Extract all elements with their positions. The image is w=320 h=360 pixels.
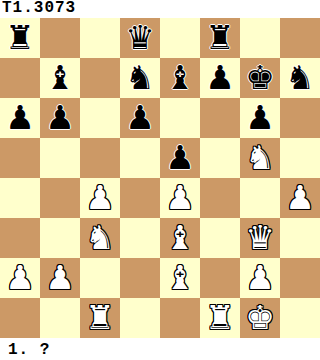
black-pawn: ♟ [245, 98, 275, 138]
square-g7[interactable]: ♚ [240, 58, 280, 98]
white-pawn: ♟ [245, 258, 275, 298]
square-h8[interactable] [280, 18, 320, 58]
square-c8[interactable] [80, 18, 120, 58]
square-c6[interactable] [80, 98, 120, 138]
white-knight: ♞ [245, 138, 275, 178]
square-d1[interactable] [120, 298, 160, 338]
square-f5[interactable] [200, 138, 240, 178]
square-a5[interactable] [0, 138, 40, 178]
square-a3[interactable] [0, 218, 40, 258]
square-h4[interactable]: ♟ [280, 178, 320, 218]
black-pawn: ♟ [45, 98, 75, 138]
square-b6[interactable]: ♟ [40, 98, 80, 138]
square-c4[interactable]: ♟ [80, 178, 120, 218]
square-d8[interactable]: ♛ [120, 18, 160, 58]
square-b1[interactable] [40, 298, 80, 338]
square-b5[interactable] [40, 138, 80, 178]
white-queen: ♛ [245, 218, 275, 258]
square-c1[interactable]: ♜ [80, 298, 120, 338]
black-bishop: ♝ [45, 58, 75, 98]
square-g5[interactable]: ♞ [240, 138, 280, 178]
square-d3[interactable] [120, 218, 160, 258]
square-f3[interactable] [200, 218, 240, 258]
square-f2[interactable] [200, 258, 240, 298]
square-c7[interactable] [80, 58, 120, 98]
square-f8[interactable]: ♜ [200, 18, 240, 58]
square-g6[interactable]: ♟ [240, 98, 280, 138]
square-d5[interactable] [120, 138, 160, 178]
puzzle-title: T1.3073 [0, 0, 320, 18]
square-g3[interactable]: ♛ [240, 218, 280, 258]
square-f1[interactable]: ♜ [200, 298, 240, 338]
black-queen: ♛ [125, 18, 155, 58]
square-e3[interactable]: ♝ [160, 218, 200, 258]
square-g1[interactable]: ♚ [240, 298, 280, 338]
white-rook: ♜ [205, 298, 235, 338]
square-d4[interactable] [120, 178, 160, 218]
square-a2[interactable]: ♟ [0, 258, 40, 298]
square-f7[interactable]: ♟ [200, 58, 240, 98]
square-b4[interactable] [40, 178, 80, 218]
square-c3[interactable]: ♞ [80, 218, 120, 258]
square-e4[interactable]: ♟ [160, 178, 200, 218]
square-g8[interactable] [240, 18, 280, 58]
square-a7[interactable] [0, 58, 40, 98]
square-c2[interactable] [80, 258, 120, 298]
black-pawn: ♟ [165, 138, 195, 178]
square-e1[interactable] [160, 298, 200, 338]
square-h5[interactable] [280, 138, 320, 178]
black-knight: ♞ [285, 58, 315, 98]
square-a8[interactable]: ♜ [0, 18, 40, 58]
square-d7[interactable]: ♞ [120, 58, 160, 98]
black-king: ♚ [245, 58, 275, 98]
square-a6[interactable]: ♟ [0, 98, 40, 138]
square-e5[interactable]: ♟ [160, 138, 200, 178]
square-b3[interactable] [40, 218, 80, 258]
square-a4[interactable] [0, 178, 40, 218]
square-h1[interactable] [280, 298, 320, 338]
black-rook: ♜ [5, 18, 35, 58]
square-a1[interactable] [0, 298, 40, 338]
square-e6[interactable] [160, 98, 200, 138]
square-h6[interactable] [280, 98, 320, 138]
chess-app-window: T1.3073 ♜♛♜♝♞♝♟♚♞♟♟♟♟♟♞♟♟♟♞♝♛♟♟♝♟♜♜♚ 1. … [0, 0, 320, 360]
white-knight: ♞ [85, 218, 115, 258]
square-b8[interactable] [40, 18, 80, 58]
square-h3[interactable] [280, 218, 320, 258]
square-g2[interactable]: ♟ [240, 258, 280, 298]
square-f4[interactable] [200, 178, 240, 218]
white-pawn: ♟ [285, 178, 315, 218]
square-f6[interactable] [200, 98, 240, 138]
chess-board: ♜♛♜♝♞♝♟♚♞♟♟♟♟♟♞♟♟♟♞♝♛♟♟♝♟♜♜♚ [0, 18, 320, 338]
square-b7[interactable]: ♝ [40, 58, 80, 98]
black-pawn: ♟ [205, 58, 235, 98]
square-h7[interactable]: ♞ [280, 58, 320, 98]
white-pawn: ♟ [5, 258, 35, 298]
square-b2[interactable]: ♟ [40, 258, 80, 298]
square-c5[interactable] [80, 138, 120, 178]
black-bishop: ♝ [165, 58, 195, 98]
black-rook: ♜ [205, 18, 235, 58]
square-e8[interactable] [160, 18, 200, 58]
white-bishop: ♝ [165, 258, 195, 298]
white-rook: ♜ [85, 298, 115, 338]
white-pawn: ♟ [85, 178, 115, 218]
white-king: ♚ [245, 298, 275, 338]
square-d2[interactable] [120, 258, 160, 298]
square-h2[interactable] [280, 258, 320, 298]
square-e7[interactable]: ♝ [160, 58, 200, 98]
white-pawn: ♟ [45, 258, 75, 298]
black-knight: ♞ [125, 58, 155, 98]
move-prompt: 1. ? [0, 338, 320, 360]
white-bishop: ♝ [165, 218, 195, 258]
black-pawn: ♟ [5, 98, 35, 138]
black-pawn: ♟ [125, 98, 155, 138]
white-pawn: ♟ [165, 178, 195, 218]
square-g4[interactable] [240, 178, 280, 218]
square-e2[interactable]: ♝ [160, 258, 200, 298]
square-d6[interactable]: ♟ [120, 98, 160, 138]
